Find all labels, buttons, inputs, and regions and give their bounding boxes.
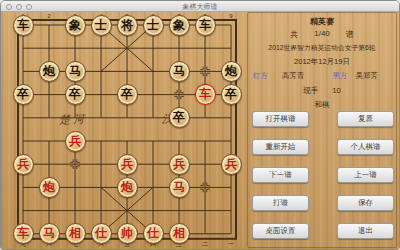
board-point xyxy=(88,60,114,83)
board-point xyxy=(36,129,62,152)
piece-black-soldier[interactable]: 卒 xyxy=(169,107,190,128)
piece-grid: 车象士将士象车炮马马炮卒卒卒车卒卒兵兵兵兵兵炮炮马车马相仕帅仕相 xyxy=(10,14,244,246)
window-title: 象棋大师谱 xyxy=(1,2,399,11)
piece-red-elephant[interactable]: 相 xyxy=(169,223,190,244)
board-point xyxy=(114,106,140,129)
board-point: 兵 xyxy=(218,153,244,176)
board-point xyxy=(88,83,114,106)
board-point xyxy=(114,199,140,222)
board-point xyxy=(10,129,36,152)
button-grid: 打开棋谱复原重新开始个人棋谱下一谱上一谱打谱保存桌面设置退出 xyxy=(252,111,394,239)
board-point xyxy=(140,37,166,60)
piece-red-general[interactable]: 帅 xyxy=(117,223,138,244)
board-point xyxy=(218,37,244,60)
board-point xyxy=(114,37,140,60)
content-area: 123456789 九八七六五四三二一 楚河 汉界 车象士将士象车炮马马炮卒卒卒… xyxy=(1,12,399,249)
board-point: 炮 xyxy=(36,60,62,83)
board-point xyxy=(140,129,166,152)
desktop-settings-button[interactable]: 桌面设置 xyxy=(252,223,309,239)
board-point xyxy=(10,60,36,83)
board-point: 兵 xyxy=(166,153,192,176)
board-point: 炮 xyxy=(36,176,62,199)
board-point xyxy=(192,222,218,245)
board-point: 马 xyxy=(62,60,88,83)
board-point: 车 xyxy=(192,14,218,37)
board-point: 仕 xyxy=(140,222,166,245)
piece-black-elephant[interactable]: 象 xyxy=(169,15,190,36)
board-point xyxy=(218,14,244,37)
move-counter-row: 现手 10 xyxy=(248,86,396,96)
board-point xyxy=(88,199,114,222)
save-button[interactable]: 保存 xyxy=(337,195,394,211)
board-point: 仕 xyxy=(88,222,114,245)
board-point xyxy=(88,176,114,199)
titlebar: 象棋大师谱 xyxy=(1,1,399,12)
board-point: 车 xyxy=(10,14,36,37)
piece-red-chariot[interactable]: 车 xyxy=(13,223,34,244)
board-point: 卒 xyxy=(114,83,140,106)
board-point xyxy=(140,106,166,129)
board-point xyxy=(192,37,218,60)
board-point xyxy=(10,199,36,222)
piece-red-soldier[interactable]: 兵 xyxy=(117,154,138,175)
board-point: 士 xyxy=(140,14,166,37)
players-row: 红方 高芳青 黑方 吴郑芳 xyxy=(248,71,396,81)
board-point: 炮 xyxy=(114,176,140,199)
board-point: 卒 xyxy=(218,83,244,106)
piece-black-chariot[interactable]: 车 xyxy=(195,15,216,36)
board-point xyxy=(10,176,36,199)
board-point xyxy=(218,176,244,199)
board-point xyxy=(62,106,88,129)
counter-value: 1/40 xyxy=(314,29,330,40)
open-game-record-button[interactable]: 打开棋谱 xyxy=(252,111,309,127)
piece-black-horse[interactable]: 马 xyxy=(65,61,86,82)
piece-black-advisor[interactable]: 士 xyxy=(91,15,112,36)
piece-red-advisor[interactable]: 仕 xyxy=(143,223,164,244)
board-point xyxy=(140,60,166,83)
board-point xyxy=(88,106,114,129)
board-point xyxy=(10,106,36,129)
board-point xyxy=(192,106,218,129)
board-point: 兵 xyxy=(114,153,140,176)
board-point: 炮 xyxy=(218,60,244,83)
move-label: 现手 xyxy=(303,86,318,96)
move-value: 10 xyxy=(332,86,340,96)
board-point xyxy=(88,129,114,152)
board-point xyxy=(166,37,192,60)
board-point xyxy=(218,129,244,152)
counter-suffix: 谱 xyxy=(346,29,354,40)
board-point: 卒 xyxy=(62,83,88,106)
board-point xyxy=(62,199,88,222)
board-point: 士 xyxy=(88,14,114,37)
quit-button[interactable]: 退出 xyxy=(337,223,394,239)
board-point xyxy=(114,129,140,152)
tournament-title: 精英赛 xyxy=(248,16,396,27)
piece-red-soldier[interactable]: 兵 xyxy=(221,154,242,175)
board-point: 将 xyxy=(114,14,140,37)
board-point xyxy=(36,153,62,176)
board-point xyxy=(140,153,166,176)
board-point xyxy=(140,176,166,199)
board-point xyxy=(36,14,62,37)
board-point xyxy=(10,37,36,60)
board-point xyxy=(140,83,166,106)
piece-black-cannon[interactable]: 炮 xyxy=(39,61,60,82)
board-point: 车 xyxy=(10,222,36,245)
board-point: 象 xyxy=(166,14,192,37)
piece-black-elephant[interactable]: 象 xyxy=(65,15,86,36)
piece-red-soldier[interactable]: 兵 xyxy=(13,154,34,175)
board-point: 马 xyxy=(166,176,192,199)
red-side-label: 红方 xyxy=(253,71,268,81)
restore-button[interactable]: 复原 xyxy=(337,111,394,127)
event-name: 2012世界智力精英运动会女子第6轮 xyxy=(248,43,396,53)
board-point xyxy=(192,199,218,222)
board-point xyxy=(88,37,114,60)
piece-red-horse[interactable]: 马 xyxy=(39,223,60,244)
board-point xyxy=(218,199,244,222)
game-result: 和棋 xyxy=(248,100,396,110)
app-window: 象棋大师谱 123456789 九八七六五四三二一 楚河 汉界 车象士将士象车炮… xyxy=(0,0,400,250)
game-counter: 共 1/40 谱 xyxy=(248,29,396,40)
board-point xyxy=(192,153,218,176)
piece-red-soldier[interactable]: 兵 xyxy=(169,154,190,175)
board-point xyxy=(140,199,166,222)
board-point xyxy=(166,129,192,152)
board-point xyxy=(218,106,244,129)
black-side-label: 黑方 xyxy=(333,71,348,81)
board-point: 象 xyxy=(62,14,88,37)
previous-game-button[interactable]: 上一谱 xyxy=(337,167,394,183)
piece-red-horse[interactable]: 马 xyxy=(169,177,190,198)
piece-black-soldier[interactable]: 卒 xyxy=(13,84,34,105)
piece-red-chariot[interactable]: 车 xyxy=(195,84,216,105)
board-point xyxy=(166,83,192,106)
board-point xyxy=(62,153,88,176)
enter-moves-button[interactable]: 打谱 xyxy=(252,195,309,211)
board-point xyxy=(192,176,218,199)
info-panel: 精英赛 共 1/40 谱 2012世界智力精英运动会女子第6轮 2012年12月… xyxy=(247,12,397,248)
restart-button[interactable]: 重新开始 xyxy=(252,139,309,155)
board-point xyxy=(88,153,114,176)
board-point xyxy=(36,106,62,129)
piece-black-chariot[interactable]: 车 xyxy=(13,15,34,36)
board-point xyxy=(218,222,244,245)
board-point xyxy=(192,129,218,152)
event-date: 2012年12月19日 xyxy=(248,57,396,67)
board-point: 车 xyxy=(192,83,218,106)
board-point: 卒 xyxy=(10,83,36,106)
board-point xyxy=(62,176,88,199)
board-point: 卒 xyxy=(166,106,192,129)
piece-red-elephant[interactable]: 相 xyxy=(65,223,86,244)
piece-red-soldier[interactable]: 兵 xyxy=(65,131,86,152)
board-point: 马 xyxy=(36,222,62,245)
board-point: 帅 xyxy=(114,222,140,245)
board-point: 兵 xyxy=(62,129,88,152)
board-point xyxy=(36,199,62,222)
board-point xyxy=(192,60,218,83)
piece-black-advisor[interactable]: 士 xyxy=(143,15,164,36)
piece-red-cannon[interactable]: 炮 xyxy=(117,177,138,198)
board-point: 马 xyxy=(166,60,192,83)
board-point xyxy=(36,37,62,60)
piece-black-soldier[interactable]: 卒 xyxy=(65,84,86,105)
red-player-name: 高芳青 xyxy=(282,71,305,81)
piece-black-general[interactable]: 将 xyxy=(117,15,138,36)
board-point: 兵 xyxy=(10,153,36,176)
personal-records-button[interactable]: 个人棋谱 xyxy=(337,139,394,155)
piece-red-cannon[interactable]: 炮 xyxy=(39,177,60,198)
piece-black-soldier[interactable]: 卒 xyxy=(221,84,242,105)
board-point xyxy=(62,37,88,60)
counter-prefix: 共 xyxy=(290,29,298,40)
xiangqi-board: 123456789 九八七六五四三二一 楚河 汉界 车象士将士象车炮马马炮卒卒卒… xyxy=(9,13,245,249)
board-point xyxy=(114,60,140,83)
piece-red-advisor[interactable]: 仕 xyxy=(91,223,112,244)
piece-black-cannon[interactable]: 炮 xyxy=(221,61,242,82)
board-point xyxy=(36,83,62,106)
piece-black-soldier[interactable]: 卒 xyxy=(117,84,138,105)
board-point: 相 xyxy=(62,222,88,245)
board-point: 相 xyxy=(166,222,192,245)
board-point xyxy=(166,199,192,222)
black-player-name: 吴郑芳 xyxy=(356,71,379,81)
piece-black-horse[interactable]: 马 xyxy=(169,61,190,82)
next-game-button[interactable]: 下一谱 xyxy=(252,167,309,183)
